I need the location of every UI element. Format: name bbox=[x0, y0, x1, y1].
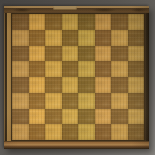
light-square bbox=[128, 109, 145, 125]
light-square bbox=[95, 109, 112, 125]
light-square bbox=[12, 93, 29, 109]
light-square bbox=[78, 93, 95, 109]
dark-square bbox=[78, 109, 95, 125]
light-square bbox=[128, 14, 145, 30]
frame-left-edge bbox=[4, 6, 11, 149]
dark-square bbox=[95, 124, 112, 140]
dark-square bbox=[62, 124, 79, 140]
dark-square bbox=[111, 77, 128, 93]
dark-square bbox=[128, 30, 145, 46]
light-square bbox=[78, 124, 95, 140]
dark-square bbox=[78, 14, 95, 30]
dark-square bbox=[45, 109, 62, 125]
checkers-board bbox=[4, 6, 149, 149]
light-square bbox=[128, 77, 145, 93]
light-square bbox=[78, 30, 95, 46]
dark-square bbox=[78, 46, 95, 62]
dark-square bbox=[29, 93, 46, 109]
dark-square bbox=[95, 61, 112, 77]
light-square bbox=[111, 61, 128, 77]
dark-square bbox=[12, 14, 29, 30]
dark-square bbox=[62, 30, 79, 46]
light-square bbox=[45, 124, 62, 140]
dark-square bbox=[111, 46, 128, 62]
dark-square bbox=[128, 93, 145, 109]
frame-right-edge bbox=[145, 6, 149, 149]
dark-square bbox=[128, 124, 145, 140]
light-square bbox=[12, 124, 29, 140]
dark-square bbox=[128, 61, 145, 77]
photo-background bbox=[0, 0, 155, 155]
dark-square bbox=[12, 77, 29, 93]
light-square bbox=[62, 109, 79, 125]
light-square bbox=[95, 46, 112, 62]
dark-square bbox=[29, 61, 46, 77]
light-square bbox=[128, 46, 145, 62]
dark-square bbox=[95, 93, 112, 109]
light-square bbox=[95, 14, 112, 30]
light-square bbox=[111, 30, 128, 46]
dark-square bbox=[62, 61, 79, 77]
light-square bbox=[78, 61, 95, 77]
light-square bbox=[12, 30, 29, 46]
light-square bbox=[29, 14, 46, 30]
dark-square bbox=[78, 77, 95, 93]
dark-square bbox=[12, 46, 29, 62]
light-square bbox=[45, 30, 62, 46]
light-square bbox=[45, 93, 62, 109]
dark-square bbox=[111, 109, 128, 125]
dark-square bbox=[12, 109, 29, 125]
board-grid bbox=[11, 13, 145, 141]
frame-damage-notch bbox=[53, 6, 77, 10]
dark-square bbox=[95, 30, 112, 46]
frame-top-edge bbox=[4, 6, 149, 13]
dark-square bbox=[62, 93, 79, 109]
light-square bbox=[29, 46, 46, 62]
light-square bbox=[95, 77, 112, 93]
dark-square bbox=[45, 77, 62, 93]
light-square bbox=[29, 77, 46, 93]
dark-square bbox=[111, 14, 128, 30]
dark-square bbox=[45, 46, 62, 62]
light-square bbox=[62, 14, 79, 30]
light-square bbox=[62, 77, 79, 93]
light-square bbox=[62, 46, 79, 62]
light-square bbox=[12, 61, 29, 77]
light-square bbox=[111, 124, 128, 140]
light-square bbox=[45, 61, 62, 77]
light-square bbox=[111, 93, 128, 109]
dark-square bbox=[45, 14, 62, 30]
frame-bottom-edge bbox=[4, 141, 149, 149]
dark-square bbox=[29, 124, 46, 140]
light-square bbox=[29, 109, 46, 125]
dark-square bbox=[29, 30, 46, 46]
